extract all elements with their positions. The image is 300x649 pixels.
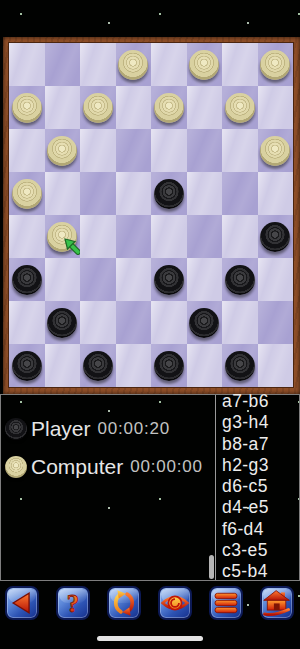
square-d2[interactable] bbox=[116, 301, 152, 344]
square-d6[interactable] bbox=[116, 129, 152, 172]
square-c3[interactable] bbox=[80, 258, 116, 301]
square-h1[interactable] bbox=[258, 344, 294, 387]
square-a2[interactable] bbox=[9, 301, 45, 344]
light-checker-icon bbox=[5, 456, 27, 478]
square-a1[interactable] bbox=[9, 344, 45, 387]
move-entry: g3-h4 bbox=[222, 412, 299, 433]
move-entry: h2-g3 bbox=[222, 455, 299, 476]
light-piece[interactable] bbox=[12, 179, 42, 209]
light-piece[interactable] bbox=[189, 50, 219, 80]
square-f6[interactable] bbox=[187, 129, 223, 172]
player-row-human: Player 00:00:20 bbox=[1, 414, 215, 444]
square-f2[interactable] bbox=[187, 301, 223, 344]
square-h3[interactable] bbox=[258, 258, 294, 301]
dark-checker-icon bbox=[5, 418, 27, 440]
light-piece[interactable] bbox=[260, 136, 290, 166]
dark-piece[interactable] bbox=[260, 222, 290, 252]
move-entry: c3-e5 bbox=[222, 540, 299, 561]
square-c6[interactable] bbox=[80, 129, 116, 172]
toolbar-area: ? bbox=[0, 581, 300, 649]
square-c4[interactable] bbox=[80, 215, 116, 258]
square-g1[interactable] bbox=[222, 344, 258, 387]
question-mark-icon: ? bbox=[58, 588, 88, 618]
square-f3[interactable] bbox=[187, 258, 223, 301]
move-entry: f6-d4 bbox=[222, 519, 299, 540]
back-button[interactable] bbox=[5, 586, 39, 620]
square-h2[interactable] bbox=[258, 301, 294, 344]
light-piece[interactable] bbox=[12, 93, 42, 123]
square-g2[interactable] bbox=[222, 301, 258, 344]
square-e2[interactable] bbox=[151, 301, 187, 344]
eye-icon bbox=[160, 588, 190, 618]
square-e8[interactable] bbox=[151, 43, 187, 86]
square-c2[interactable] bbox=[80, 301, 116, 344]
square-b7[interactable] bbox=[45, 86, 81, 129]
square-h8[interactable] bbox=[258, 43, 294, 86]
square-e4[interactable] bbox=[151, 215, 187, 258]
info-panel: Player 00:00:20 Computer 00:00:00 a7-b6g… bbox=[0, 394, 300, 581]
square-c1[interactable] bbox=[80, 344, 116, 387]
dark-piece[interactable] bbox=[12, 351, 42, 381]
square-d5[interactable] bbox=[116, 172, 152, 215]
player-timer: 00:00:20 bbox=[98, 419, 171, 439]
square-b1[interactable] bbox=[45, 344, 81, 387]
menu-bars-icon bbox=[211, 588, 241, 618]
light-piece[interactable] bbox=[47, 136, 77, 166]
square-f7[interactable] bbox=[187, 86, 223, 129]
dark-piece[interactable] bbox=[154, 179, 184, 209]
square-f1[interactable] bbox=[187, 344, 223, 387]
light-piece[interactable] bbox=[118, 50, 148, 80]
square-d1[interactable] bbox=[116, 344, 152, 387]
exit-button[interactable] bbox=[260, 586, 294, 620]
computer-name: Computer bbox=[31, 455, 123, 479]
square-a7[interactable] bbox=[9, 86, 45, 129]
square-f8[interactable] bbox=[187, 43, 223, 86]
square-b8[interactable] bbox=[45, 43, 81, 86]
light-piece[interactable] bbox=[83, 93, 113, 123]
square-b6[interactable] bbox=[45, 129, 81, 172]
dark-piece[interactable] bbox=[12, 265, 42, 295]
hint-button[interactable] bbox=[158, 586, 192, 620]
refresh-arrows-icon bbox=[109, 588, 139, 618]
svg-text:?: ? bbox=[67, 590, 79, 617]
square-b4[interactable] bbox=[45, 215, 81, 258]
square-b5[interactable] bbox=[45, 172, 81, 215]
menu-button[interactable] bbox=[209, 586, 243, 620]
square-c7[interactable] bbox=[80, 86, 116, 129]
square-c8[interactable] bbox=[80, 43, 116, 86]
square-d4[interactable] bbox=[116, 215, 152, 258]
square-h4[interactable] bbox=[258, 215, 294, 258]
square-d3[interactable] bbox=[116, 258, 152, 301]
checkers-board[interactable] bbox=[9, 43, 293, 387]
square-a3[interactable] bbox=[9, 258, 45, 301]
scrollbar-thumb[interactable] bbox=[209, 555, 214, 579]
square-h5[interactable] bbox=[258, 172, 294, 215]
dark-piece[interactable] bbox=[154, 351, 184, 381]
square-f5[interactable] bbox=[187, 172, 223, 215]
board-frame bbox=[3, 37, 300, 394]
dark-piece[interactable] bbox=[225, 351, 255, 381]
move-entry: a7-b6 bbox=[222, 391, 299, 412]
square-e1[interactable] bbox=[151, 344, 187, 387]
square-g7[interactable] bbox=[222, 86, 258, 129]
dark-piece[interactable] bbox=[154, 265, 184, 295]
home-house-icon bbox=[262, 588, 292, 618]
computer-timer: 00:00:00 bbox=[130, 457, 203, 477]
square-a6[interactable] bbox=[9, 129, 45, 172]
light-piece[interactable] bbox=[260, 50, 290, 80]
app-screen: Player 00:00:20 Computer 00:00:00 a7-b6g… bbox=[0, 0, 300, 649]
back-arrow-icon bbox=[7, 588, 37, 618]
move-list[interactable]: a7-b6g3-h4b8-a7h2-g3d6-c5d4-e5f6-d4c3-e5… bbox=[216, 391, 299, 580]
home-indicator[interactable] bbox=[97, 636, 203, 641]
square-a5[interactable] bbox=[9, 172, 45, 215]
dark-piece[interactable] bbox=[225, 265, 255, 295]
square-e7[interactable] bbox=[151, 86, 187, 129]
square-g5[interactable] bbox=[222, 172, 258, 215]
square-c5[interactable] bbox=[80, 172, 116, 215]
player-row-computer: Computer 00:00:00 bbox=[1, 452, 215, 482]
square-e5[interactable] bbox=[151, 172, 187, 215]
dark-piece[interactable] bbox=[47, 308, 77, 338]
square-a4[interactable] bbox=[9, 215, 45, 258]
square-h7[interactable] bbox=[258, 86, 294, 129]
square-h6[interactable] bbox=[258, 129, 294, 172]
move-entry: b8-a7 bbox=[222, 434, 299, 455]
move-entry: d4-e5 bbox=[222, 497, 299, 518]
last-move-arrow-icon bbox=[64, 238, 81, 255]
square-d7[interactable] bbox=[116, 86, 152, 129]
square-b3[interactable] bbox=[45, 258, 81, 301]
players-panel: Player 00:00:20 Computer 00:00:00 bbox=[1, 395, 216, 580]
square-g3[interactable] bbox=[222, 258, 258, 301]
square-g8[interactable] bbox=[222, 43, 258, 86]
square-b2[interactable] bbox=[45, 301, 81, 344]
square-d8[interactable] bbox=[116, 43, 152, 86]
square-g4[interactable] bbox=[222, 215, 258, 258]
light-piece[interactable] bbox=[154, 93, 184, 123]
light-piece[interactable] bbox=[47, 222, 77, 252]
dark-piece[interactable] bbox=[189, 308, 219, 338]
help-button[interactable]: ? bbox=[56, 586, 90, 620]
light-piece[interactable] bbox=[225, 93, 255, 123]
move-entry: c5-b4 bbox=[222, 561, 299, 580]
square-g6[interactable] bbox=[222, 129, 258, 172]
square-e6[interactable] bbox=[151, 129, 187, 172]
square-f4[interactable] bbox=[187, 215, 223, 258]
square-a8[interactable] bbox=[9, 43, 45, 86]
restart-button[interactable] bbox=[107, 586, 141, 620]
player-name: Player bbox=[31, 417, 91, 441]
square-e3[interactable] bbox=[151, 258, 187, 301]
dark-piece[interactable] bbox=[83, 351, 113, 381]
toolbar: ? bbox=[0, 581, 300, 620]
move-entry: d6-c5 bbox=[222, 476, 299, 497]
